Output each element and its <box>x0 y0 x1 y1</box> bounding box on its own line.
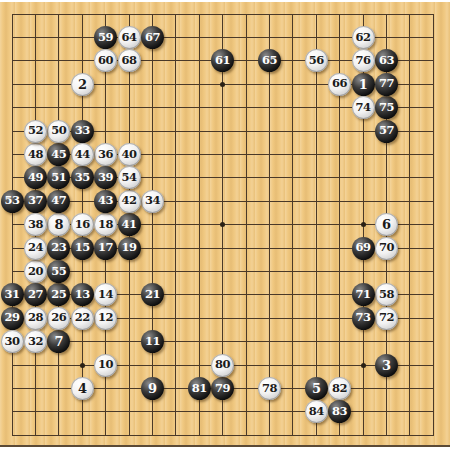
stone-48-white: 48 <box>24 143 47 166</box>
grid-line-vertical <box>409 14 410 436</box>
grid-line-vertical <box>292 14 293 436</box>
star-point <box>220 222 225 227</box>
stone-73-black: 73 <box>352 307 375 330</box>
stone-60-white: 60 <box>94 49 117 72</box>
stone-28-white: 28 <box>24 307 47 330</box>
stone-72-white: 72 <box>375 307 398 330</box>
stone-56-white: 56 <box>305 49 328 72</box>
stone-79-black: 79 <box>211 377 234 400</box>
stone-12-white: 12 <box>94 307 117 330</box>
stone-4-white: 4 <box>71 377 94 400</box>
stone-62-white: 62 <box>352 26 375 49</box>
stone-29-black: 29 <box>1 307 24 330</box>
grid-line-vertical <box>152 14 153 436</box>
stone-51-black: 51 <box>47 166 70 189</box>
stone-13-black: 13 <box>71 283 94 306</box>
stone-30-white: 30 <box>1 330 24 353</box>
stone-64-white: 64 <box>118 26 141 49</box>
stone-58-white: 58 <box>375 283 398 306</box>
stone-53-black: 53 <box>1 190 24 213</box>
stone-65-black: 65 <box>258 49 281 72</box>
stone-78-white: 78 <box>258 377 281 400</box>
grid-line-vertical <box>316 14 317 436</box>
stone-55-black: 55 <box>47 260 70 283</box>
stone-81-black: 81 <box>188 377 211 400</box>
stone-33-black: 33 <box>71 120 94 143</box>
star-point <box>220 82 225 87</box>
stone-32-white: 32 <box>24 330 47 353</box>
stone-26-white: 26 <box>47 307 70 330</box>
stone-21-black: 21 <box>141 283 164 306</box>
grid-line-horizontal <box>12 271 434 272</box>
go-board: 1234567891011121314151617181920212223242… <box>0 2 450 445</box>
stone-42-white: 42 <box>118 190 141 213</box>
stone-61-black: 61 <box>211 49 234 72</box>
stone-10-white: 10 <box>94 354 117 377</box>
stone-2-white: 2 <box>71 73 94 96</box>
board-bottom-edge <box>0 445 450 447</box>
star-point <box>361 363 366 368</box>
stone-71-black: 71 <box>352 283 375 306</box>
star-point <box>361 222 366 227</box>
stone-80-white: 80 <box>211 354 234 377</box>
stone-44-white: 44 <box>71 143 94 166</box>
stone-82-white: 82 <box>328 377 351 400</box>
stone-20-white: 20 <box>24 260 47 283</box>
grid-line-vertical <box>433 14 434 436</box>
stone-25-black: 25 <box>47 283 70 306</box>
stone-22-white: 22 <box>71 307 94 330</box>
stone-50-white: 50 <box>47 120 70 143</box>
stone-6-white: 6 <box>375 213 398 236</box>
go-diagram-screenshot: 1234567891011121314151617181920212223242… <box>0 0 450 453</box>
stone-67-black: 67 <box>141 26 164 49</box>
stone-18-white: 18 <box>94 213 117 236</box>
stone-69-black: 69 <box>352 237 375 260</box>
stone-63-black: 63 <box>375 49 398 72</box>
stone-8-white: 8 <box>47 213 70 236</box>
stone-54-white: 54 <box>118 166 141 189</box>
stone-31-black: 31 <box>1 283 24 306</box>
stone-68-white: 68 <box>118 49 141 72</box>
stone-9-black: 9 <box>141 377 164 400</box>
stone-3-black: 3 <box>375 354 398 377</box>
stone-84-white: 84 <box>305 400 328 423</box>
stone-57-black: 57 <box>375 120 398 143</box>
stone-66-white: 66 <box>328 73 351 96</box>
grid-line-vertical <box>269 14 270 436</box>
stone-76-white: 76 <box>352 49 375 72</box>
grid-line-vertical <box>175 14 176 436</box>
stone-40-white: 40 <box>118 143 141 166</box>
stone-49-black: 49 <box>24 166 47 189</box>
stone-23-black: 23 <box>47 237 70 260</box>
stone-27-black: 27 <box>24 283 47 306</box>
grid-line-horizontal <box>12 14 434 15</box>
stone-16-white: 16 <box>71 213 94 236</box>
grid-line-vertical <box>246 14 247 436</box>
stone-15-black: 15 <box>71 237 94 260</box>
stone-47-black: 47 <box>47 190 70 213</box>
stone-36-white: 36 <box>94 143 117 166</box>
stone-24-white: 24 <box>24 237 47 260</box>
stone-45-black: 45 <box>47 143 70 166</box>
star-point <box>80 363 85 368</box>
stone-5-black: 5 <box>305 377 328 400</box>
stone-74-white: 74 <box>352 96 375 119</box>
stone-35-black: 35 <box>71 166 94 189</box>
stone-34-white: 34 <box>141 190 164 213</box>
grid-line-horizontal <box>12 341 434 342</box>
stone-77-black: 77 <box>375 73 398 96</box>
grid-line-horizontal <box>12 435 434 436</box>
stone-1-black: 1 <box>352 73 375 96</box>
stone-41-black: 41 <box>118 213 141 236</box>
stone-83-black: 83 <box>328 400 351 423</box>
stone-37-black: 37 <box>24 190 47 213</box>
stone-39-black: 39 <box>94 166 117 189</box>
stone-14-white: 14 <box>94 283 117 306</box>
stone-19-black: 19 <box>118 237 141 260</box>
stone-11-black: 11 <box>141 330 164 353</box>
stone-70-white: 70 <box>375 237 398 260</box>
stone-38-white: 38 <box>24 213 47 236</box>
stone-59-black: 59 <box>94 26 117 49</box>
grid-line-vertical <box>12 14 13 436</box>
grid-line-horizontal <box>12 201 434 202</box>
stone-17-black: 17 <box>94 237 117 260</box>
stone-75-black: 75 <box>375 96 398 119</box>
stone-52-white: 52 <box>24 120 47 143</box>
grid-line-horizontal <box>12 411 434 412</box>
stone-7-black: 7 <box>47 330 70 353</box>
stone-43-black: 43 <box>94 190 117 213</box>
grid-line-vertical <box>199 14 200 436</box>
